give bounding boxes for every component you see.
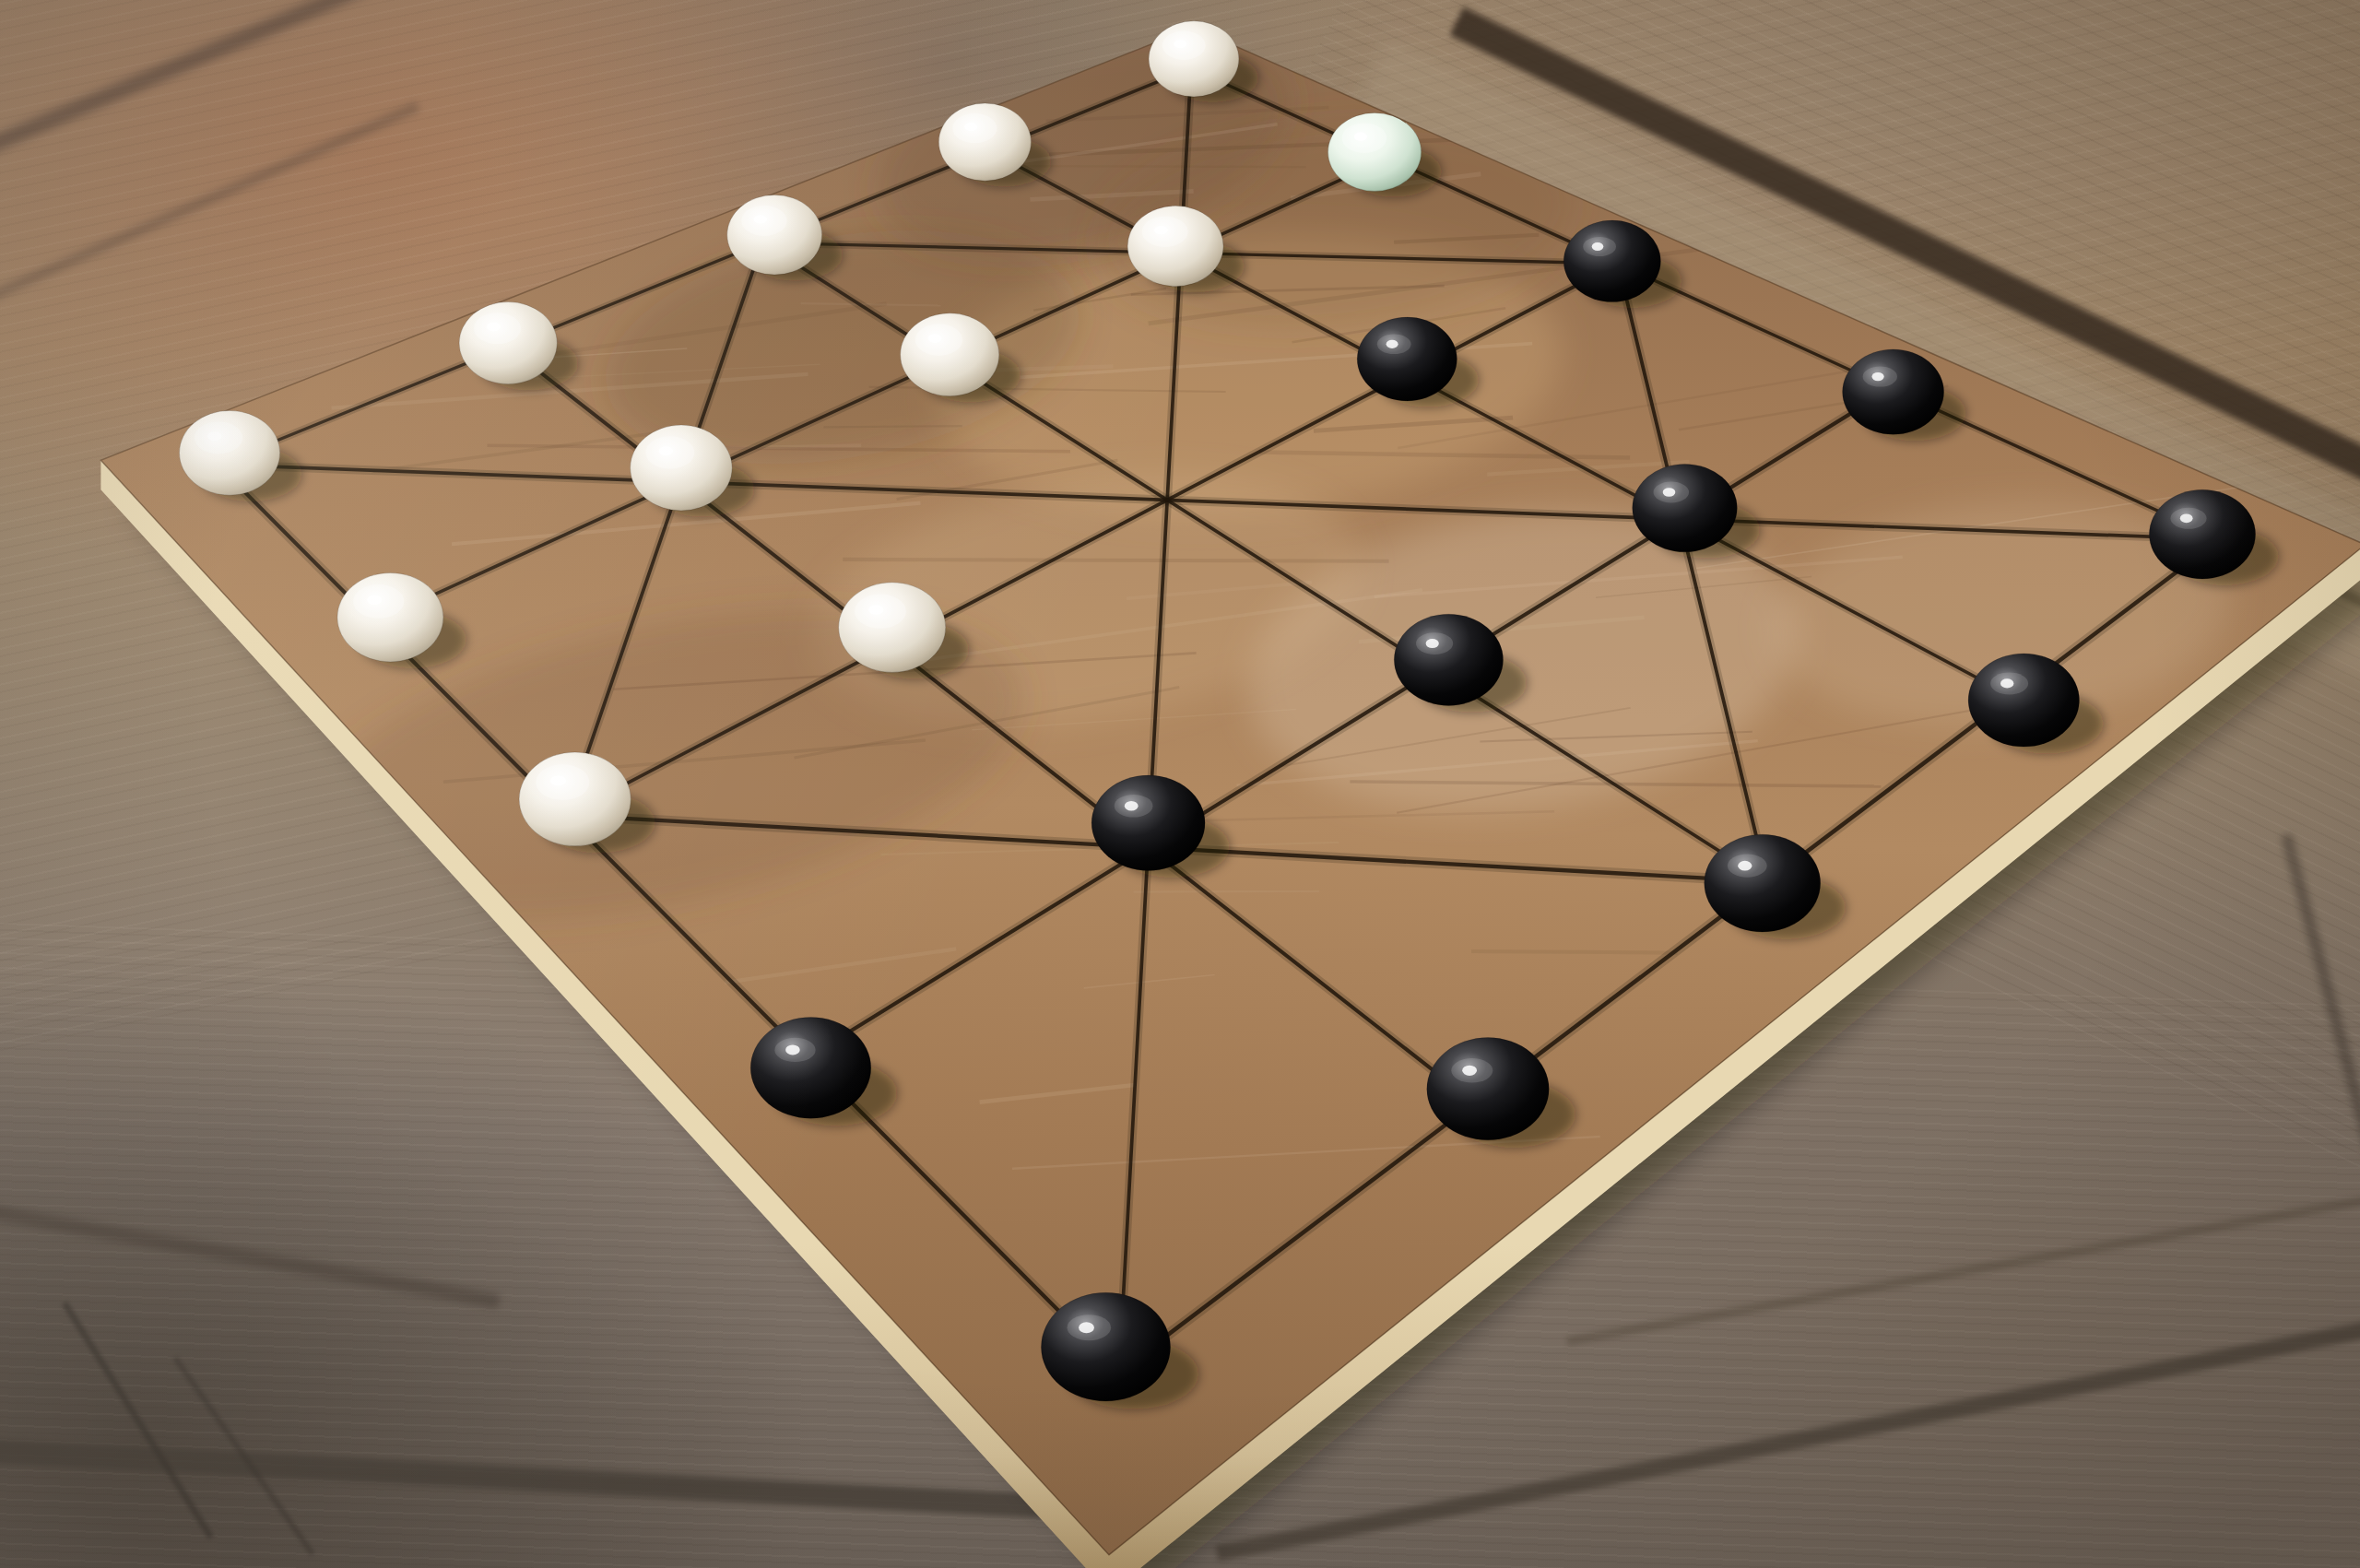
white-stone[interactable]: [839, 583, 946, 673]
black-stone[interactable]: [1394, 614, 1503, 705]
black-stone[interactable]: [1633, 464, 1738, 551]
white-stone[interactable]: [180, 410, 280, 495]
black-stone[interactable]: [1427, 1038, 1549, 1140]
white-stone[interactable]: [1328, 112, 1422, 191]
white-stone[interactable]: [901, 313, 999, 396]
white-stone[interactable]: [1127, 206, 1223, 286]
black-stone[interactable]: [1357, 317, 1457, 401]
empty-point[interactable]: [1138, 467, 1200, 515]
white-stone[interactable]: [631, 425, 733, 511]
white-stone[interactable]: [519, 752, 631, 846]
white-stone[interactable]: [337, 572, 443, 662]
black-stone[interactable]: [1563, 220, 1660, 301]
black-stone[interactable]: [750, 1018, 871, 1119]
photo-scene: [0, 0, 2360, 1568]
white-stone[interactable]: [1149, 21, 1239, 97]
white-stone[interactable]: [459, 302, 557, 384]
black-stone[interactable]: [1091, 775, 1205, 870]
alquerque-board-photo: [0, 0, 2360, 1568]
white-stone[interactable]: [727, 195, 822, 276]
black-stone[interactable]: [1041, 1292, 1170, 1401]
black-stone[interactable]: [2149, 489, 2255, 579]
black-stone[interactable]: [1968, 654, 2079, 747]
black-stone[interactable]: [1843, 349, 1944, 434]
black-stone[interactable]: [1705, 834, 1821, 932]
white-stone[interactable]: [938, 103, 1031, 181]
